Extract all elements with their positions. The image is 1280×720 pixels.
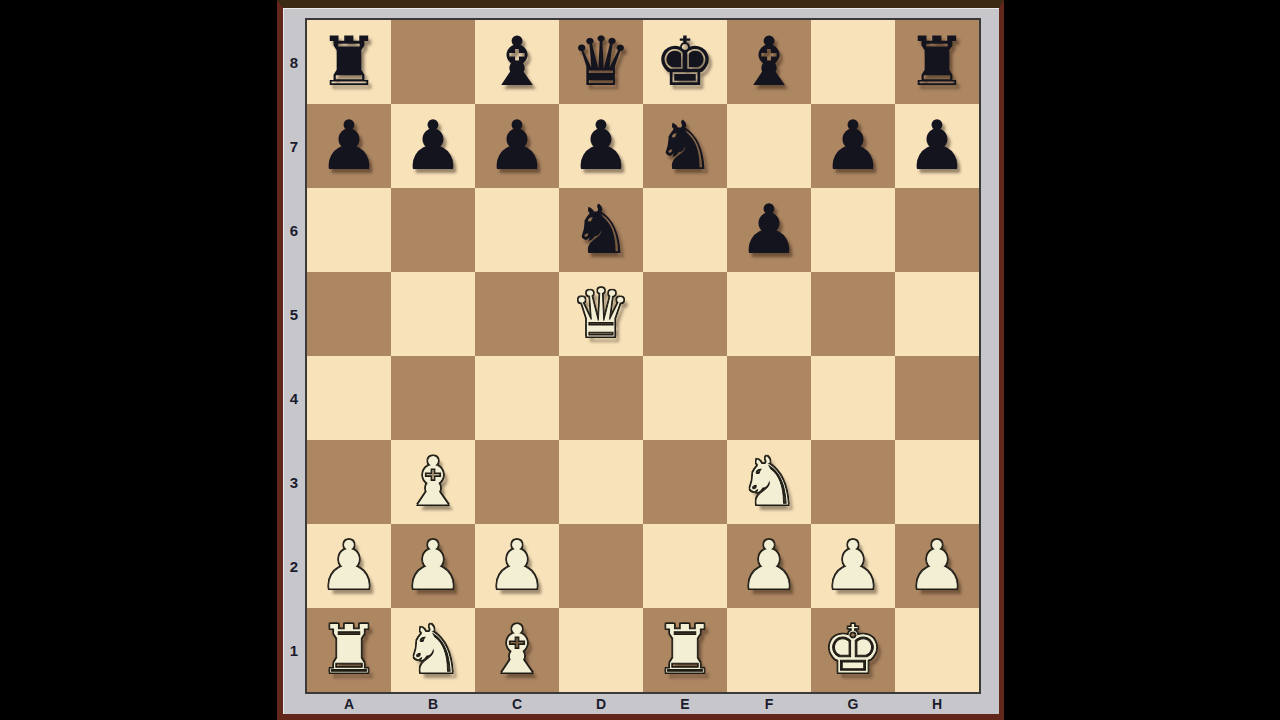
square-g6[interactable] xyxy=(811,188,895,272)
piece-white-pawn[interactable]: ♟ xyxy=(811,524,895,608)
square-d3[interactable] xyxy=(559,440,643,524)
piece-white-rook[interactable]: ♜ xyxy=(643,608,727,692)
square-b4[interactable] xyxy=(391,356,475,440)
square-b3[interactable]: ♝ xyxy=(391,440,475,524)
square-f2[interactable]: ♟ xyxy=(727,524,811,608)
square-c1[interactable]: ♝ xyxy=(475,608,559,692)
file-label-h: H xyxy=(895,694,979,714)
square-d4[interactable] xyxy=(559,356,643,440)
square-h1[interactable] xyxy=(895,608,979,692)
square-h4[interactable] xyxy=(895,356,979,440)
square-e4[interactable] xyxy=(643,356,727,440)
square-c5[interactable] xyxy=(475,272,559,356)
rank-labels: 87654321 xyxy=(283,20,305,692)
piece-black-pawn[interactable]: ♟ xyxy=(727,188,811,272)
rank-label-5: 5 xyxy=(283,272,305,356)
piece-black-bishop[interactable]: ♝ xyxy=(727,20,811,104)
square-a7[interactable]: ♟ xyxy=(307,104,391,188)
square-f5[interactable] xyxy=(727,272,811,356)
piece-black-pawn[interactable]: ♟ xyxy=(391,104,475,188)
square-f3[interactable]: ♞ xyxy=(727,440,811,524)
file-label-a: A xyxy=(307,694,391,714)
square-d2[interactable] xyxy=(559,524,643,608)
square-e3[interactable] xyxy=(643,440,727,524)
piece-white-bishop[interactable]: ♝ xyxy=(391,440,475,524)
square-c2[interactable]: ♟ xyxy=(475,524,559,608)
piece-black-rook[interactable]: ♜ xyxy=(307,20,391,104)
square-a8[interactable]: ♜ xyxy=(307,20,391,104)
square-b5[interactable] xyxy=(391,272,475,356)
square-h6[interactable] xyxy=(895,188,979,272)
square-d5[interactable]: ♛ xyxy=(559,272,643,356)
rank-label-7: 7 xyxy=(283,104,305,188)
square-h3[interactable] xyxy=(895,440,979,524)
square-e8[interactable]: ♚ xyxy=(643,20,727,104)
rank-label-1: 1 xyxy=(283,608,305,692)
square-g7[interactable]: ♟ xyxy=(811,104,895,188)
square-c3[interactable] xyxy=(475,440,559,524)
square-b6[interactable] xyxy=(391,188,475,272)
square-g2[interactable]: ♟ xyxy=(811,524,895,608)
file-label-g: G xyxy=(811,694,895,714)
square-a1[interactable]: ♜ xyxy=(307,608,391,692)
square-h2[interactable]: ♟ xyxy=(895,524,979,608)
square-g1[interactable]: ♚ xyxy=(811,608,895,692)
chessboard: ♜♝♛♚♝♜♟♟♟♟♞♟♟♞♟♛♝♞♟♟♟♟♟♟♜♞♝♜♚ xyxy=(305,18,981,694)
piece-white-pawn[interactable]: ♟ xyxy=(727,524,811,608)
square-f8[interactable]: ♝ xyxy=(727,20,811,104)
piece-white-pawn[interactable]: ♟ xyxy=(475,524,559,608)
square-f1[interactable] xyxy=(727,608,811,692)
square-b8[interactable] xyxy=(391,20,475,104)
square-a4[interactable] xyxy=(307,356,391,440)
square-c8[interactable]: ♝ xyxy=(475,20,559,104)
square-c4[interactable] xyxy=(475,356,559,440)
rank-label-4: 4 xyxy=(283,356,305,440)
piece-black-pawn[interactable]: ♟ xyxy=(307,104,391,188)
square-e2[interactable] xyxy=(643,524,727,608)
rank-label-2: 2 xyxy=(283,524,305,608)
square-h7[interactable]: ♟ xyxy=(895,104,979,188)
square-h5[interactable] xyxy=(895,272,979,356)
square-b2[interactable]: ♟ xyxy=(391,524,475,608)
file-label-f: F xyxy=(727,694,811,714)
piece-black-rook[interactable]: ♜ xyxy=(895,20,979,104)
square-b7[interactable]: ♟ xyxy=(391,104,475,188)
piece-white-knight[interactable]: ♞ xyxy=(727,440,811,524)
square-e6[interactable] xyxy=(643,188,727,272)
square-d1[interactable] xyxy=(559,608,643,692)
square-a6[interactable] xyxy=(307,188,391,272)
square-f4[interactable] xyxy=(727,356,811,440)
square-d8[interactable]: ♛ xyxy=(559,20,643,104)
square-a5[interactable] xyxy=(307,272,391,356)
piece-white-pawn[interactable]: ♟ xyxy=(391,524,475,608)
square-e5[interactable] xyxy=(643,272,727,356)
rank-label-8: 8 xyxy=(283,20,305,104)
square-e7[interactable]: ♞ xyxy=(643,104,727,188)
square-f7[interactable] xyxy=(727,104,811,188)
square-e1[interactable]: ♜ xyxy=(643,608,727,692)
file-labels: ABCDEFGH xyxy=(307,694,979,714)
square-a3[interactable] xyxy=(307,440,391,524)
file-label-b: B xyxy=(391,694,475,714)
piece-black-pawn[interactable]: ♟ xyxy=(559,104,643,188)
piece-white-pawn[interactable]: ♟ xyxy=(307,524,391,608)
piece-white-king[interactable]: ♚ xyxy=(811,608,895,692)
piece-black-pawn[interactable]: ♟ xyxy=(811,104,895,188)
rank-label-3: 3 xyxy=(283,440,305,524)
square-a2[interactable]: ♟ xyxy=(307,524,391,608)
square-g3[interactable] xyxy=(811,440,895,524)
square-c7[interactable]: ♟ xyxy=(475,104,559,188)
square-f6[interactable]: ♟ xyxy=(727,188,811,272)
piece-black-bishop[interactable]: ♝ xyxy=(475,20,559,104)
file-label-e: E xyxy=(643,694,727,714)
piece-white-bishop[interactable]: ♝ xyxy=(475,608,559,692)
piece-black-king[interactable]: ♚ xyxy=(643,20,727,104)
square-g5[interactable] xyxy=(811,272,895,356)
square-g8[interactable] xyxy=(811,20,895,104)
square-d6[interactable]: ♞ xyxy=(559,188,643,272)
rank-label-6: 6 xyxy=(283,188,305,272)
piece-black-knight[interactable]: ♞ xyxy=(643,104,727,188)
piece-black-pawn[interactable]: ♟ xyxy=(475,104,559,188)
file-label-d: D xyxy=(559,694,643,714)
square-d7[interactable]: ♟ xyxy=(559,104,643,188)
piece-white-rook[interactable]: ♜ xyxy=(307,608,391,692)
square-c6[interactable] xyxy=(475,188,559,272)
square-h8[interactable]: ♜ xyxy=(895,20,979,104)
square-g4[interactable] xyxy=(811,356,895,440)
piece-black-knight[interactable]: ♞ xyxy=(559,188,643,272)
screen: 87654321 ♜♝♛♚♝♜♟♟♟♟♞♟♟♞♟♛♝♞♟♟♟♟♟♟♜♞♝♜♚ A… xyxy=(0,0,1280,720)
square-b1[interactable]: ♞ xyxy=(391,608,475,692)
piece-black-pawn[interactable]: ♟ xyxy=(895,104,979,188)
piece-white-knight[interactable]: ♞ xyxy=(391,608,475,692)
piece-white-queen[interactable]: ♛ xyxy=(559,272,643,356)
file-label-c: C xyxy=(475,694,559,714)
piece-black-queen[interactable]: ♛ xyxy=(559,20,643,104)
piece-white-pawn[interactable]: ♟ xyxy=(895,524,979,608)
